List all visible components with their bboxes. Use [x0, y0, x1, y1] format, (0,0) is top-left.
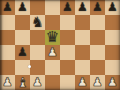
square-c2[interactable]: ♟	[30, 75, 45, 90]
square-a3[interactable]	[0, 60, 15, 75]
white-bishop[interactable]: ♝	[17, 75, 29, 90]
square-e4[interactable]	[60, 45, 75, 60]
square-g7[interactable]: ♟	[90, 0, 105, 15]
board-viewport: ♟♟♟♟♟♟♞♛♟♟♟♝♟♟♟♟	[0, 0, 120, 90]
square-b3[interactable]	[15, 60, 30, 75]
square-g5[interactable]	[90, 30, 105, 45]
black-pawn[interactable]: ♟	[2, 0, 13, 15]
square-h2[interactable]: ♟	[105, 75, 120, 90]
square-b4[interactable]: ♟	[15, 45, 30, 60]
square-e5[interactable]	[60, 30, 75, 45]
white-pawn[interactable]: ♟	[77, 75, 88, 90]
square-a7[interactable]: ♟	[0, 0, 15, 15]
black-knight[interactable]: ♞	[31, 15, 44, 30]
black-pawn[interactable]: ♟	[77, 0, 88, 15]
square-b6[interactable]	[15, 15, 30, 30]
square-d6[interactable]	[45, 15, 60, 30]
square-c6[interactable]: ♞	[30, 15, 45, 30]
square-b7[interactable]: ♟	[15, 0, 30, 15]
square-a2[interactable]: ♟	[0, 75, 15, 90]
black-pawn[interactable]: ♟	[107, 0, 118, 15]
black-pawn[interactable]: ♟	[62, 0, 73, 15]
square-g2[interactable]: ♟	[90, 75, 105, 90]
square-h3[interactable]	[105, 60, 120, 75]
square-f7[interactable]: ♟	[75, 0, 90, 15]
square-f5[interactable]	[75, 30, 90, 45]
square-g6[interactable]	[90, 15, 105, 30]
black-pawn[interactable]: ♟	[17, 45, 28, 60]
white-pawn[interactable]: ♟	[107, 75, 118, 90]
black-pawn[interactable]: ♟	[17, 0, 28, 15]
square-e6[interactable]	[60, 15, 75, 30]
square-d3[interactable]	[45, 60, 60, 75]
white-pawn[interactable]: ♟	[47, 45, 58, 60]
square-d5[interactable]: ♛	[45, 30, 60, 45]
square-e2[interactable]	[60, 75, 75, 90]
square-a5[interactable]	[0, 30, 15, 45]
white-pawn[interactable]: ♟	[92, 75, 103, 90]
square-g3[interactable]	[90, 60, 105, 75]
square-d7[interactable]	[45, 0, 60, 15]
square-c5[interactable]	[30, 30, 45, 45]
square-f6[interactable]	[75, 15, 90, 30]
square-g4[interactable]	[90, 45, 105, 60]
square-d2[interactable]	[45, 75, 60, 90]
square-f4[interactable]	[75, 45, 90, 60]
square-a6[interactable]	[0, 15, 15, 30]
square-h4[interactable]	[105, 45, 120, 60]
white-pawn[interactable]: ♟	[32, 75, 43, 90]
square-c7[interactable]	[30, 0, 45, 15]
square-h6[interactable]	[105, 15, 120, 30]
square-d4[interactable]: ♟	[45, 45, 60, 60]
black-pawn[interactable]: ♟	[92, 0, 103, 15]
square-f2[interactable]: ♟	[75, 75, 90, 90]
square-a4[interactable]	[0, 45, 15, 60]
white-pawn[interactable]: ♟	[2, 75, 13, 90]
square-c3[interactable]	[30, 60, 45, 75]
black-queen[interactable]: ♛	[46, 30, 59, 45]
square-f3[interactable]	[75, 60, 90, 75]
chess-board[interactable]: ♟♟♟♟♟♟♞♛♟♟♟♝♟♟♟♟	[0, 0, 120, 90]
square-h5[interactable]	[105, 30, 120, 45]
square-h7[interactable]: ♟	[105, 0, 120, 15]
square-b2[interactable]: ♝	[15, 75, 30, 90]
square-c4[interactable]	[30, 45, 45, 60]
square-b5[interactable]	[15, 30, 30, 45]
square-e3[interactable]	[60, 60, 75, 75]
square-e7[interactable]: ♟	[60, 0, 75, 15]
